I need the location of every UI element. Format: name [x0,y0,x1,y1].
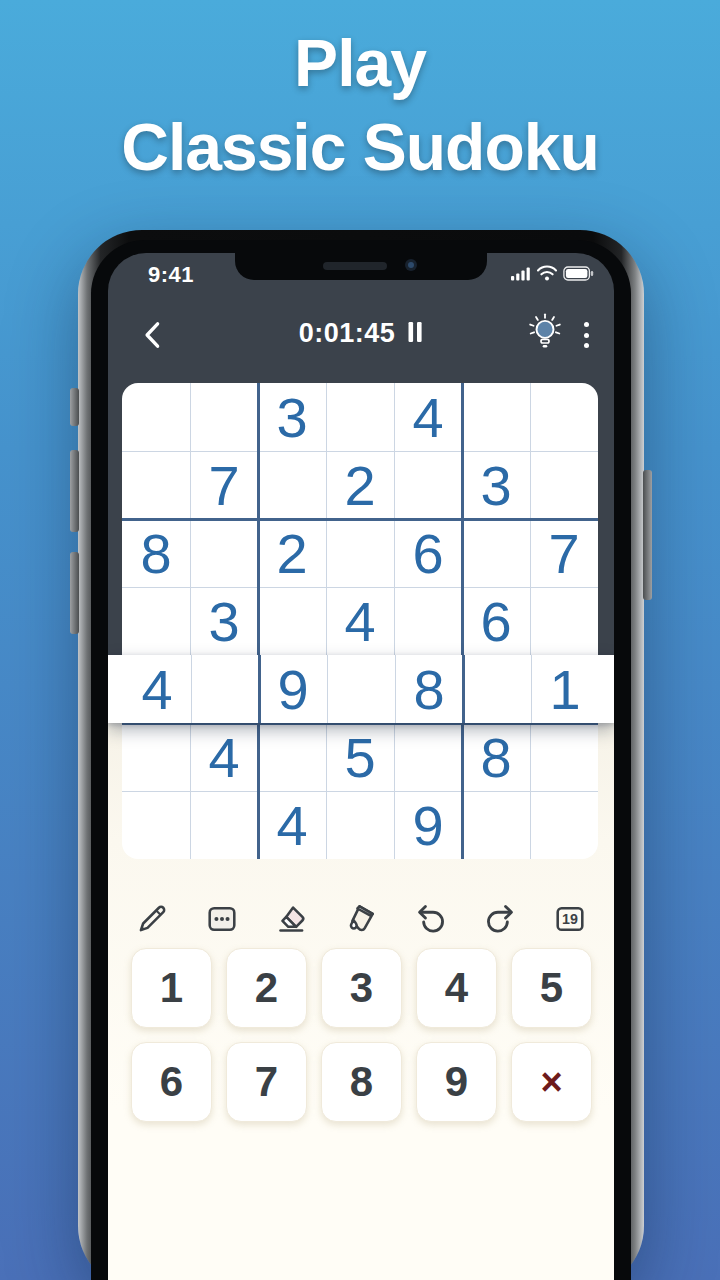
cell-r3-c1[interactable]: 8 [122,519,190,587]
promo-title-line2: Classic Sudoku [0,106,720,190]
promo-title-line1: Play [0,22,720,106]
board-grid: 347238267346498145849 [122,383,598,859]
menu-button[interactable] [580,320,592,350]
cell-r2-c6[interactable]: 3 [462,451,530,519]
cell-r1-c1[interactable] [122,383,190,451]
cell-r2-c7[interactable] [530,451,598,519]
grid-line-v [257,383,260,859]
cell-r7-c5[interactable]: 9 [394,791,462,859]
timer-label: 0:01:45 [299,318,396,349]
cell-r6-c5[interactable] [394,723,462,791]
cell-r2-c3[interactable] [258,451,326,519]
numpad-2-button[interactable]: 2 [226,948,307,1028]
cell-r4-c4[interactable]: 4 [326,587,394,655]
highlighted-cell-c2[interactable] [191,655,259,723]
toolbar: 19 [132,901,590,941]
fill-tool-button[interactable] [341,901,381,941]
front-camera [405,259,417,271]
cell-r6-c1[interactable] [122,723,190,791]
cell-r7-c2[interactable] [190,791,258,859]
highlighted-cell-c5[interactable]: 8 [395,655,463,723]
cell-r6-c7[interactable] [530,723,598,791]
numpad-7-button[interactable]: 7 [226,1042,307,1122]
volume-up-button [70,450,79,532]
cell-r1-c2[interactable] [190,383,258,451]
promo-title: Play Classic Sudoku [0,22,720,190]
undo-icon [413,901,449,941]
cell-r4-c1[interactable] [122,587,190,655]
notch [235,253,487,280]
cell-r2-c5[interactable] [394,451,462,519]
notes-tool-button[interactable] [202,901,242,941]
pencil-icon [134,901,170,941]
numpad-1-button[interactable]: 1 [131,948,212,1028]
cell-r2-c4[interactable]: 2 [326,451,394,519]
numpad-5-button[interactable]: 5 [511,948,592,1028]
battery-icon [563,266,594,285]
highlighted-cell-c6[interactable] [463,655,531,723]
cell-r1-c6[interactable] [462,383,530,451]
numpad-3-button[interactable]: 3 [321,948,402,1028]
status-time: 9:41 [148,262,194,288]
cell-r2-c2[interactable]: 7 [190,451,258,519]
cell-r1-c3[interactable]: 3 [258,383,326,451]
highlighted-cell-c3[interactable]: 9 [259,655,327,723]
speaker-slot [323,262,387,270]
counter-badge-button[interactable]: 19 [550,901,590,941]
cell-r6-c4[interactable]: 5 [326,723,394,791]
status-icons [511,265,594,285]
cell-r3-c4[interactable] [326,519,394,587]
mute-switch [70,388,79,426]
cell-r3-c2[interactable] [190,519,258,587]
phone-screen: 9:41 0:01:45 [108,253,614,1280]
grid-line-v [461,383,464,859]
numpad-6-button[interactable]: 6 [131,1042,212,1122]
numpad-4-button[interactable]: 4 [416,948,497,1028]
lightbulb-icon [528,341,562,358]
eraser-icon [273,901,309,941]
pause-button[interactable] [407,320,423,348]
highlighted-row: 4981 [108,655,614,723]
cell-r1-c5[interactable]: 4 [394,383,462,451]
cell-r7-c1[interactable] [122,791,190,859]
fill-icon [343,901,379,941]
numpad-9-button[interactable]: 9 [416,1042,497,1122]
highlighted-cell-c1[interactable]: 4 [123,655,191,723]
redo-icon [482,901,518,941]
cell-r6-c6[interactable]: 8 [462,723,530,791]
hint-button[interactable] [528,313,562,355]
cell-r3-c5[interactable]: 6 [394,519,462,587]
cell-r6-c3[interactable] [258,723,326,791]
cell-r2-c1[interactable] [122,451,190,519]
cell-r4-c2[interactable]: 3 [190,587,258,655]
cell-r3-c7[interactable]: 7 [530,519,598,587]
numpad: 123456789× [131,948,592,1122]
cell-r7-c7[interactable] [530,791,598,859]
eraser-tool-button[interactable] [271,901,311,941]
cell-r7-c4[interactable] [326,791,394,859]
pencil-tool-button[interactable] [132,901,172,941]
cell-r4-c5[interactable] [394,587,462,655]
cell-r7-c6[interactable] [462,791,530,859]
cell-r7-c3[interactable]: 4 [258,791,326,859]
volume-down-button [70,552,79,634]
counter-badge: 19 [552,901,588,941]
notes-icon [204,901,240,941]
svg-text:19: 19 [562,911,578,927]
cell-r4-c6[interactable]: 6 [462,587,530,655]
highlighted-cell-c7[interactable]: 1 [531,655,599,723]
app-header: 0:01:45 [108,313,614,357]
numpad-delete-button[interactable]: × [511,1042,592,1122]
signal-icon [511,266,531,285]
cell-r1-c4[interactable] [326,383,394,451]
numpad-8-button[interactable]: 8 [321,1042,402,1122]
cell-r4-c3[interactable] [258,587,326,655]
undo-button[interactable] [411,901,451,941]
cell-r4-c7[interactable] [530,587,598,655]
sudoku-board: 347238267346498145849 [122,383,598,859]
highlighted-cell-c4[interactable] [327,655,395,723]
redo-button[interactable] [480,901,520,941]
cell-r3-c6[interactable] [462,519,530,587]
cell-r3-c3[interactable]: 2 [258,519,326,587]
phone-mockup: 9:41 0:01:45 [78,230,644,1280]
power-button [643,470,652,600]
cell-r1-c7[interactable] [530,383,598,451]
cell-r6-c2[interactable]: 4 [190,723,258,791]
wifi-icon [536,265,558,285]
grid-line-h [122,518,598,521]
